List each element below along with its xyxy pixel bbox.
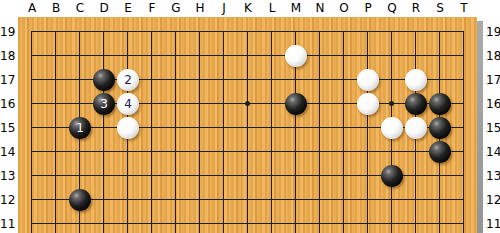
row-label-left-15: 15 xyxy=(0,120,15,136)
intersection-L14[interactable] xyxy=(260,140,284,164)
intersection-R17[interactable] xyxy=(404,68,428,92)
stone-white-E15[interactable] xyxy=(117,117,139,139)
col-label-S: S xyxy=(428,1,452,16)
intersection-S11[interactable] xyxy=(428,212,452,233)
row-label-left-19: 19 xyxy=(0,24,15,40)
intersection-L11[interactable] xyxy=(260,212,284,233)
intersection-D17[interactable] xyxy=(92,68,116,92)
stone-black-R16[interactable] xyxy=(405,93,427,115)
intersection-T11[interactable] xyxy=(452,212,476,233)
intersection-L18[interactable] xyxy=(260,44,284,68)
intersection-D12[interactable] xyxy=(92,188,116,212)
intersection-M14[interactable] xyxy=(284,140,308,164)
stone-white-R15[interactable] xyxy=(405,117,427,139)
col-label-E: E xyxy=(116,1,140,16)
intersection-G14[interactable] xyxy=(164,140,188,164)
row-label-right-19: 19 xyxy=(486,24,500,40)
intersection-D11[interactable] xyxy=(92,212,116,233)
move-number: 4 xyxy=(124,93,132,115)
intersection-K19[interactable] xyxy=(236,20,260,44)
intersection-K12[interactable] xyxy=(236,188,260,212)
intersection-D16[interactable]: 3 xyxy=(92,92,116,116)
intersection-M11[interactable] xyxy=(284,212,308,233)
stone-black-Q13[interactable] xyxy=(381,165,403,187)
intersection-A17[interactable] xyxy=(20,68,44,92)
intersection-O11[interactable] xyxy=(332,212,356,233)
intersection-M15[interactable] xyxy=(284,116,308,140)
intersection-T17[interactable] xyxy=(452,68,476,92)
col-label-L: L xyxy=(260,1,284,16)
intersection-R12[interactable] xyxy=(404,188,428,212)
intersection-Q17[interactable] xyxy=(380,68,404,92)
intersection-R15[interactable] xyxy=(404,116,428,140)
intersection-K11[interactable] xyxy=(236,212,260,233)
intersection-T13[interactable] xyxy=(452,164,476,188)
intersection-B17[interactable] xyxy=(44,68,68,92)
intersection-C18[interactable] xyxy=(68,44,92,68)
intersection-C15[interactable]: 1 xyxy=(68,116,92,140)
intersection-P19[interactable] xyxy=(356,20,380,44)
intersection-J12[interactable] xyxy=(212,188,236,212)
intersection-Q19[interactable] xyxy=(380,20,404,44)
intersection-R13[interactable] xyxy=(404,164,428,188)
intersection-C16[interactable] xyxy=(68,92,92,116)
intersection-N13[interactable] xyxy=(308,164,332,188)
intersection-F15[interactable] xyxy=(140,116,164,140)
intersection-C11[interactable] xyxy=(68,212,92,233)
intersection-L16[interactable] xyxy=(260,92,284,116)
intersection-L17[interactable] xyxy=(260,68,284,92)
move-number: 2 xyxy=(124,69,132,91)
intersection-D18[interactable] xyxy=(92,44,116,68)
intersection-Q16[interactable] xyxy=(380,92,404,116)
intersection-F11[interactable] xyxy=(140,212,164,233)
goban-grid: 2341 xyxy=(20,20,476,233)
intersection-B14[interactable] xyxy=(44,140,68,164)
intersection-Q12[interactable] xyxy=(380,188,404,212)
intersection-B16[interactable] xyxy=(44,92,68,116)
intersection-E16[interactable]: 4 xyxy=(116,92,140,116)
intersection-T19[interactable] xyxy=(452,20,476,44)
col-label-D: D xyxy=(92,1,116,16)
intersection-N16[interactable] xyxy=(308,92,332,116)
intersection-H13[interactable] xyxy=(188,164,212,188)
intersection-F18[interactable] xyxy=(140,44,164,68)
intersection-F12[interactable] xyxy=(140,188,164,212)
intersection-A19[interactable] xyxy=(20,20,44,44)
intersection-S17[interactable] xyxy=(428,68,452,92)
col-label-N: N xyxy=(308,1,332,16)
intersection-Q11[interactable] xyxy=(380,212,404,233)
row-label-left-18: 18 xyxy=(0,48,15,64)
intersection-P13[interactable] xyxy=(356,164,380,188)
move-number: 1 xyxy=(76,117,84,139)
row-label-left-14: 14 xyxy=(0,144,15,160)
col-label-M: M xyxy=(284,1,308,16)
row-label-right-16: 16 xyxy=(486,96,500,112)
intersection-E19[interactable] xyxy=(116,20,140,44)
stone-white-P16[interactable] xyxy=(357,93,379,115)
intersection-E15[interactable] xyxy=(116,116,140,140)
intersection-S13[interactable] xyxy=(428,164,452,188)
stone-black-C15[interactable]: 1 xyxy=(69,117,91,139)
intersection-Q15[interactable] xyxy=(380,116,404,140)
intersection-L15[interactable] xyxy=(260,116,284,140)
intersection-M16[interactable] xyxy=(284,92,308,116)
col-label-P: P xyxy=(356,1,380,16)
board-edge-shadow xyxy=(477,21,483,233)
intersection-J14[interactable] xyxy=(212,140,236,164)
intersection-C14[interactable] xyxy=(68,140,92,164)
intersection-M17[interactable] xyxy=(284,68,308,92)
intersection-R18[interactable] xyxy=(404,44,428,68)
intersection-B13[interactable] xyxy=(44,164,68,188)
intersection-F14[interactable] xyxy=(140,140,164,164)
intersection-P14[interactable] xyxy=(356,140,380,164)
intersection-O14[interactable] xyxy=(332,140,356,164)
intersection-A14[interactable] xyxy=(20,140,44,164)
intersection-E13[interactable] xyxy=(116,164,140,188)
col-label-R: R xyxy=(404,1,428,16)
intersection-E17[interactable]: 2 xyxy=(116,68,140,92)
stone-white-M18[interactable] xyxy=(285,45,307,67)
intersection-R19[interactable] xyxy=(404,20,428,44)
stone-black-S16[interactable] xyxy=(429,93,451,115)
intersection-H18[interactable] xyxy=(188,44,212,68)
intersection-M13[interactable] xyxy=(284,164,308,188)
intersection-S16[interactable] xyxy=(428,92,452,116)
intersection-F16[interactable] xyxy=(140,92,164,116)
intersection-M18[interactable] xyxy=(284,44,308,68)
row-label-right-17: 17 xyxy=(486,72,500,88)
intersection-D14[interactable] xyxy=(92,140,116,164)
col-label-A: A xyxy=(20,1,44,16)
intersection-G13[interactable] xyxy=(164,164,188,188)
intersection-N12[interactable] xyxy=(308,188,332,212)
intersection-B12[interactable] xyxy=(44,188,68,212)
intersection-H16[interactable] xyxy=(188,92,212,116)
intersection-M12[interactable] xyxy=(284,188,308,212)
col-label-F: F xyxy=(140,1,164,16)
stone-white-E17[interactable]: 2 xyxy=(117,69,139,91)
intersection-G17[interactable] xyxy=(164,68,188,92)
intersection-H17[interactable] xyxy=(188,68,212,92)
intersection-C12[interactable] xyxy=(68,188,92,212)
intersection-A13[interactable] xyxy=(20,164,44,188)
intersection-P11[interactable] xyxy=(356,212,380,233)
intersection-E11[interactable] xyxy=(116,212,140,233)
intersection-T18[interactable] xyxy=(452,44,476,68)
intersection-N14[interactable] xyxy=(308,140,332,164)
row-label-left-16: 16 xyxy=(0,96,15,112)
intersection-E14[interactable] xyxy=(116,140,140,164)
intersection-Q18[interactable] xyxy=(380,44,404,68)
intersection-N19[interactable] xyxy=(308,20,332,44)
intersection-C19[interactable] xyxy=(68,20,92,44)
intersection-T12[interactable] xyxy=(452,188,476,212)
intersection-S15[interactable] xyxy=(428,116,452,140)
intersection-O19[interactable] xyxy=(332,20,356,44)
intersection-L13[interactable] xyxy=(260,164,284,188)
intersection-J11[interactable] xyxy=(212,212,236,233)
col-label-J: J xyxy=(212,1,236,16)
intersection-O16[interactable] xyxy=(332,92,356,116)
row-label-left-12: 12 xyxy=(0,192,15,208)
intersection-H12[interactable] xyxy=(188,188,212,212)
stone-white-P17[interactable] xyxy=(357,69,379,91)
intersection-E18[interactable] xyxy=(116,44,140,68)
intersection-O18[interactable] xyxy=(332,44,356,68)
intersection-S14[interactable] xyxy=(428,140,452,164)
intersection-A16[interactable] xyxy=(20,92,44,116)
intersection-A12[interactable] xyxy=(20,188,44,212)
intersection-N17[interactable] xyxy=(308,68,332,92)
goban: 2341 xyxy=(18,17,477,233)
intersection-B11[interactable] xyxy=(44,212,68,233)
intersection-J17[interactable] xyxy=(212,68,236,92)
row-label-left-13: 13 xyxy=(0,168,15,184)
intersection-O15[interactable] xyxy=(332,116,356,140)
intersection-G18[interactable] xyxy=(164,44,188,68)
row-label-right-13: 13 xyxy=(486,168,500,184)
intersection-P15[interactable] xyxy=(356,116,380,140)
stone-black-M16[interactable] xyxy=(285,93,307,115)
intersection-J15[interactable] xyxy=(212,116,236,140)
stone-white-R17[interactable] xyxy=(405,69,427,91)
intersection-Q13[interactable] xyxy=(380,164,404,188)
intersection-H19[interactable] xyxy=(188,20,212,44)
intersection-K13[interactable] xyxy=(236,164,260,188)
intersection-A15[interactable] xyxy=(20,116,44,140)
col-label-O: O xyxy=(332,1,356,16)
intersection-R11[interactable] xyxy=(404,212,428,233)
row-label-right-12: 12 xyxy=(486,192,500,208)
col-label-H: H xyxy=(188,1,212,16)
intersection-F13[interactable] xyxy=(140,164,164,188)
intersection-K18[interactable] xyxy=(236,44,260,68)
star-point-Q16 xyxy=(389,101,394,106)
intersection-Q14[interactable] xyxy=(380,140,404,164)
intersection-N18[interactable] xyxy=(308,44,332,68)
intersection-R14[interactable] xyxy=(404,140,428,164)
go-diagram: ABCDEFGHJKLMNOPQRST 191817161514131211 1… xyxy=(0,0,500,233)
intersection-F19[interactable] xyxy=(140,20,164,44)
intersection-T14[interactable] xyxy=(452,140,476,164)
intersection-M19[interactable] xyxy=(284,20,308,44)
stone-black-D16[interactable]: 3 xyxy=(93,93,115,115)
intersection-B18[interactable] xyxy=(44,44,68,68)
intersection-L12[interactable] xyxy=(260,188,284,212)
intersection-A18[interactable] xyxy=(20,44,44,68)
intersection-O17[interactable] xyxy=(332,68,356,92)
col-label-C: C xyxy=(68,1,92,16)
intersection-F17[interactable] xyxy=(140,68,164,92)
row-label-left-11: 11 xyxy=(0,216,15,232)
stone-white-Q15[interactable] xyxy=(381,117,403,139)
intersection-C13[interactable] xyxy=(68,164,92,188)
intersection-D15[interactable] xyxy=(92,116,116,140)
intersection-J16[interactable] xyxy=(212,92,236,116)
intersection-T16[interactable] xyxy=(452,92,476,116)
intersection-N15[interactable] xyxy=(308,116,332,140)
intersection-D19[interactable] xyxy=(92,20,116,44)
intersection-H11[interactable] xyxy=(188,212,212,233)
intersection-K14[interactable] xyxy=(236,140,260,164)
col-label-G: G xyxy=(164,1,188,16)
intersection-G15[interactable] xyxy=(164,116,188,140)
intersection-S18[interactable] xyxy=(428,44,452,68)
stone-white-E16[interactable]: 4 xyxy=(117,93,139,115)
intersection-G16[interactable] xyxy=(164,92,188,116)
intersection-K16[interactable] xyxy=(236,92,260,116)
col-label-B: B xyxy=(44,1,68,16)
intersection-P16[interactable] xyxy=(356,92,380,116)
row-label-right-15: 15 xyxy=(486,120,500,136)
intersection-P18[interactable] xyxy=(356,44,380,68)
intersection-O13[interactable] xyxy=(332,164,356,188)
intersection-K17[interactable] xyxy=(236,68,260,92)
intersection-S12[interactable] xyxy=(428,188,452,212)
row-label-left-17: 17 xyxy=(0,72,15,88)
intersection-J13[interactable] xyxy=(212,164,236,188)
intersection-J18[interactable] xyxy=(212,44,236,68)
intersection-L19[interactable] xyxy=(260,20,284,44)
intersection-G12[interactable] xyxy=(164,188,188,212)
intersection-S19[interactable] xyxy=(428,20,452,44)
intersection-H14[interactable] xyxy=(188,140,212,164)
intersection-C17[interactable] xyxy=(68,68,92,92)
col-label-Q: Q xyxy=(380,1,404,16)
row-label-right-18: 18 xyxy=(486,48,500,64)
col-label-K: K xyxy=(236,1,260,16)
intersection-N11[interactable] xyxy=(308,212,332,233)
intersection-G19[interactable] xyxy=(164,20,188,44)
intersection-D13[interactable] xyxy=(92,164,116,188)
intersection-K15[interactable] xyxy=(236,116,260,140)
intersection-T15[interactable] xyxy=(452,116,476,140)
stone-black-C12[interactable] xyxy=(69,189,91,211)
intersection-H15[interactable] xyxy=(188,116,212,140)
row-label-right-11: 11 xyxy=(486,216,500,232)
move-number: 3 xyxy=(100,93,108,115)
intersection-P17[interactable] xyxy=(356,68,380,92)
stone-black-S15[interactable] xyxy=(429,117,451,139)
col-label-T: T xyxy=(452,1,476,16)
intersection-J19[interactable] xyxy=(212,20,236,44)
intersection-A11[interactable] xyxy=(20,212,44,233)
stone-black-D17[interactable] xyxy=(93,69,115,91)
intersection-E12[interactable] xyxy=(116,188,140,212)
intersection-B15[interactable] xyxy=(44,116,68,140)
intersection-B19[interactable] xyxy=(44,20,68,44)
intersection-G11[interactable] xyxy=(164,212,188,233)
row-label-right-14: 14 xyxy=(486,144,500,160)
intersection-R16[interactable] xyxy=(404,92,428,116)
stone-black-S14[interactable] xyxy=(429,141,451,163)
intersection-O12[interactable] xyxy=(332,188,356,212)
star-point-K16 xyxy=(245,101,250,106)
intersection-P12[interactable] xyxy=(356,188,380,212)
